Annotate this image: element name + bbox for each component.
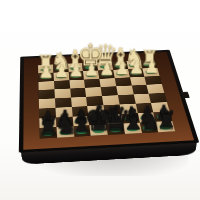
- felt-base: [56, 74, 67, 79]
- square-g4: [54, 89, 70, 99]
- square-e4: [85, 87, 102, 97]
- square-d3: [99, 78, 116, 87]
- felt-base: [159, 124, 172, 130]
- square-d4: [101, 86, 118, 96]
- felt-base: [99, 64, 110, 69]
- felt-base: [108, 117, 120, 123]
- felt-base: [75, 119, 87, 125]
- felt-base: [157, 114, 170, 120]
- square-a4: [147, 84, 165, 94]
- felt-base: [124, 116, 136, 122]
- square-a5: [149, 93, 167, 103]
- chess-board-frame: ♜♞♝♚♛♝♞♜♟♟♟♟♟♟♟♟♟♟♟♟♟♟♟♟♜♞♝♚♛♝♞♜: [19, 50, 200, 153]
- square-g8: ♞: [56, 126, 74, 137]
- felt-base: [85, 65, 96, 70]
- felt-base: [91, 118, 103, 124]
- chess-set-photo: ♜♞♝♚♛♝♞♜♟♟♟♟♟♟♟♟♟♟♟♟♟♟♟♟♜♞♝♚♛♝♞♜: [0, 0, 200, 200]
- felt-base: [71, 74, 82, 79]
- felt-base: [129, 63, 140, 67]
- square-a8: ♜: [156, 121, 175, 132]
- felt-base: [86, 73, 97, 78]
- felt-base: [55, 66, 66, 71]
- square-b3: [130, 76, 147, 85]
- felt-base: [126, 126, 139, 132]
- felt-base: [143, 62, 154, 66]
- square-e5: [86, 96, 103, 106]
- felt-base: [42, 120, 54, 126]
- felt-base: [70, 66, 81, 71]
- square-g7: ♟: [56, 116, 73, 127]
- felt-base: [140, 115, 153, 121]
- square-b8: ♞: [139, 122, 158, 133]
- felt-base: [143, 125, 156, 131]
- felt-base: [42, 130, 54, 136]
- square-c5: [118, 94, 136, 104]
- walnut-border: ♜♞♝♚♛♝♞♜♟♟♟♟♟♟♟♟♟♟♟♟♟♟♟♟♜♞♝♚♛♝♞♜: [23, 52, 194, 150]
- square-f4: [70, 88, 87, 98]
- felt-base: [109, 127, 122, 133]
- square-h8: ♜: [40, 127, 57, 138]
- felt-base: [131, 71, 142, 76]
- square-e8: ♚: [90, 125, 108, 136]
- square-h6: [39, 108, 56, 118]
- felt-base: [76, 129, 88, 135]
- felt-base: [114, 64, 125, 69]
- square-d8: ♛: [106, 124, 124, 135]
- felt-base: [93, 128, 105, 134]
- felt-base: [101, 72, 112, 77]
- square-e3: [84, 79, 100, 88]
- felt-base: [145, 70, 156, 75]
- felt-base: [41, 75, 52, 80]
- hinge-clasp: [181, 92, 190, 99]
- felt-base: [116, 71, 127, 76]
- square-c8: ♝: [123, 123, 142, 134]
- chess-board: ♜♞♝♚♛♝♞♜♟♟♟♟♟♟♟♟♟♟♟♟♟♟♟♟♜♞♝♚♛♝♞♜: [38, 60, 175, 139]
- felt-base: [58, 119, 70, 125]
- felt-base: [59, 129, 71, 135]
- square-f8: ♝: [73, 125, 91, 136]
- square-c4: [116, 86, 133, 96]
- felt-base: [40, 67, 51, 72]
- square-g3: [54, 80, 70, 89]
